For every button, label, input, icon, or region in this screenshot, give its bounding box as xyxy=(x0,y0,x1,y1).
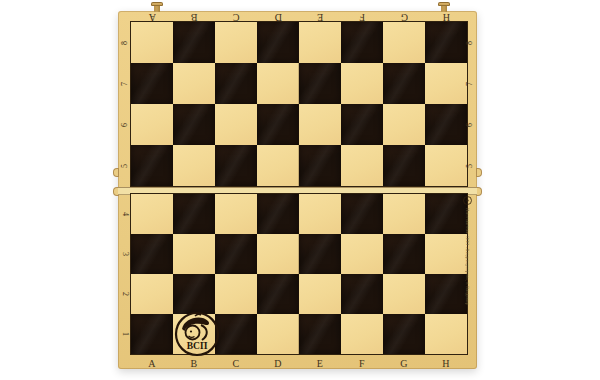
file-label-bottom-f: F xyxy=(352,359,372,369)
square-g1[interactable] xyxy=(383,314,425,354)
square-b2[interactable] xyxy=(173,274,215,314)
square-f6[interactable] xyxy=(341,104,383,145)
file-label-bottom-d: D xyxy=(268,359,288,369)
file-label-bottom-e: E xyxy=(310,359,330,369)
rank-label-left-4: 4 xyxy=(121,207,129,221)
square-c5[interactable] xyxy=(215,145,257,186)
square-b3[interactable] xyxy=(173,234,215,274)
square-d2[interactable] xyxy=(257,274,299,314)
file-label-bottom-b: B xyxy=(184,359,204,369)
square-d3[interactable] xyxy=(257,234,299,274)
square-b4[interactable] xyxy=(173,194,215,234)
square-h1[interactable] xyxy=(425,314,467,354)
square-g3[interactable] xyxy=(383,234,425,274)
square-g8[interactable] xyxy=(383,22,425,63)
file-label-top-f: F xyxy=(352,12,372,22)
rank-label-left-8: 8 xyxy=(121,36,129,50)
file-label-bottom-h: H xyxy=(436,359,456,369)
logo-text: ВСП xyxy=(187,341,208,351)
rank-label-right-8: 8 xyxy=(466,36,474,50)
hinge-knuckle-icon xyxy=(476,168,482,177)
hinge-pin-cap xyxy=(438,2,450,6)
square-e4[interactable] xyxy=(299,194,341,234)
rank-label-right-5: 5 xyxy=(466,159,474,173)
hinge-knuckle-icon xyxy=(113,168,119,177)
square-b8[interactable] xyxy=(173,22,215,63)
rank-label-left-3: 3 xyxy=(121,247,129,261)
square-c3[interactable] xyxy=(215,234,257,274)
square-h8[interactable] xyxy=(425,22,467,63)
square-g4[interactable] xyxy=(383,194,425,234)
file-label-top-c: C xyxy=(226,12,246,22)
square-g2[interactable] xyxy=(383,274,425,314)
square-a5[interactable] xyxy=(131,145,173,186)
square-c4[interactable] xyxy=(215,194,257,234)
square-a4[interactable] xyxy=(131,194,173,234)
square-a1[interactable] xyxy=(131,314,173,354)
hinge-pin-stem xyxy=(441,5,447,12)
file-label-top-b: B xyxy=(184,12,204,22)
manufacturer-fine-print: Изготовитель: ООО «Владспортпром», г. Вл… xyxy=(465,208,470,358)
rank-label-left-1: 1 xyxy=(121,327,129,341)
square-a3[interactable] xyxy=(131,234,173,274)
square-h2[interactable] xyxy=(425,274,467,314)
chess-board: AABBCCDDEEFFGGHH887766554321 ВСП Изготов… xyxy=(118,11,477,369)
square-e5[interactable] xyxy=(299,145,341,186)
square-c7[interactable] xyxy=(215,63,257,104)
square-h3[interactable] xyxy=(425,234,467,274)
square-f1[interactable] xyxy=(341,314,383,354)
square-a7[interactable] xyxy=(131,63,173,104)
square-d5[interactable] xyxy=(257,145,299,186)
square-e6[interactable] xyxy=(299,104,341,145)
square-a2[interactable] xyxy=(131,274,173,314)
rank-label-left-2: 2 xyxy=(121,287,129,301)
square-d7[interactable] xyxy=(257,63,299,104)
square-h6[interactable] xyxy=(425,104,467,145)
square-b5[interactable] xyxy=(173,145,215,186)
file-label-top-d: D xyxy=(268,12,288,22)
file-label-top-e: E xyxy=(310,12,330,22)
photo-background: AABBCCDDEEFFGGHH887766554321 ВСП Изготов… xyxy=(0,0,600,380)
hinge-pin-icon xyxy=(438,2,450,12)
wood-joint-line xyxy=(298,22,299,186)
hinge-pin-cap xyxy=(151,2,163,6)
square-d4[interactable] xyxy=(257,194,299,234)
vsp-maker-logo: ВСП xyxy=(174,311,220,357)
square-e3[interactable] xyxy=(299,234,341,274)
square-b6[interactable] xyxy=(173,104,215,145)
square-h5[interactable] xyxy=(425,145,467,186)
square-c1[interactable] xyxy=(215,314,257,354)
rank-label-left-6: 6 xyxy=(121,118,129,132)
hinge-pin-icon xyxy=(151,2,163,12)
file-label-top-a: A xyxy=(142,12,162,22)
square-f8[interactable] xyxy=(341,22,383,63)
wood-joint-line xyxy=(298,194,299,354)
square-c8[interactable] xyxy=(215,22,257,63)
rank-label-right-7: 7 xyxy=(466,77,474,91)
file-label-bottom-g: G xyxy=(394,359,414,369)
square-c2[interactable] xyxy=(215,274,257,314)
small-logo-stamp-icon xyxy=(463,196,472,205)
file-label-bottom-c: C xyxy=(226,359,246,369)
square-g7[interactable] xyxy=(383,63,425,104)
square-e1[interactable] xyxy=(299,314,341,354)
rank-label-left-5: 5 xyxy=(121,159,129,173)
square-d8[interactable] xyxy=(257,22,299,63)
rank-label-left-7: 7 xyxy=(121,77,129,91)
square-e2[interactable] xyxy=(299,274,341,314)
file-label-bottom-a: A xyxy=(142,359,162,369)
rank-label-right-6: 6 xyxy=(466,118,474,132)
square-e8[interactable] xyxy=(299,22,341,63)
square-g5[interactable] xyxy=(383,145,425,186)
logo-scarf xyxy=(201,325,207,340)
square-h4[interactable] xyxy=(425,194,467,234)
square-f5[interactable] xyxy=(341,145,383,186)
hinge-pin-stem xyxy=(154,5,160,12)
square-f7[interactable] xyxy=(341,63,383,104)
square-d1[interactable] xyxy=(257,314,299,354)
square-b7[interactable] xyxy=(173,63,215,104)
square-f4[interactable] xyxy=(341,194,383,234)
square-d6[interactable] xyxy=(257,104,299,145)
square-f3[interactable] xyxy=(341,234,383,274)
square-a6[interactable] xyxy=(131,104,173,145)
square-f2[interactable] xyxy=(341,274,383,314)
file-label-top-g: G xyxy=(394,12,414,22)
square-a8[interactable] xyxy=(131,22,173,63)
file-label-top-h: H xyxy=(436,12,456,22)
square-e7[interactable] xyxy=(299,63,341,104)
square-g6[interactable] xyxy=(383,104,425,145)
square-c6[interactable] xyxy=(215,104,257,145)
square-h7[interactable] xyxy=(425,63,467,104)
board-upper-half xyxy=(130,21,468,187)
